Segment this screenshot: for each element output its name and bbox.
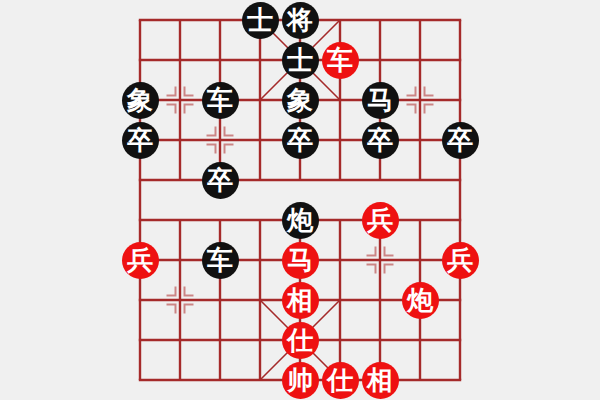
board-cell: 兵 <box>120 240 160 280</box>
piece-red-soldier[interactable]: 兵 <box>442 242 479 279</box>
piece-black-soldier[interactable]: 卒 <box>442 122 479 159</box>
board-cell: 卒 <box>440 120 480 160</box>
piece-black-chariot[interactable]: 车 <box>202 82 239 119</box>
piece-red-elephant[interactable]: 相 <box>282 282 319 319</box>
piece-black-soldier[interactable]: 卒 <box>202 162 239 199</box>
board-cell: 车 <box>200 80 240 120</box>
board-cell: 相 <box>280 280 320 320</box>
board-cell: 卒 <box>280 120 320 160</box>
piece-black-cannon[interactable]: 炮 <box>282 202 319 239</box>
piece-red-soldier[interactable]: 兵 <box>122 242 159 279</box>
board-cell: 士 <box>280 40 320 80</box>
piece-red-chariot[interactable]: 车 <box>322 42 359 79</box>
board-cell: 炮 <box>400 280 440 320</box>
piece-red-general[interactable]: 帅 <box>282 362 319 399</box>
piece-black-soldier[interactable]: 卒 <box>282 122 319 159</box>
board-cell: 车 <box>200 240 240 280</box>
piece-black-soldier[interactable]: 卒 <box>122 122 159 159</box>
piece-black-soldier[interactable]: 卒 <box>362 122 399 159</box>
piece-black-advisor[interactable]: 士 <box>242 2 279 39</box>
board-cell: 仕 <box>320 360 360 400</box>
piece-black-chariot[interactable]: 车 <box>202 242 239 279</box>
piece-black-advisor[interactable]: 士 <box>282 42 319 79</box>
board-cell: 象 <box>120 80 160 120</box>
piece-black-elephant[interactable]: 象 <box>122 82 159 119</box>
board-cell: 兵 <box>360 200 400 240</box>
piece-black-general[interactable]: 将 <box>282 2 319 39</box>
board-cell: 帅 <box>280 360 320 400</box>
board-cell: 车 <box>320 40 360 80</box>
board-cell: 象 <box>280 80 320 120</box>
piece-black-elephant[interactable]: 象 <box>282 82 319 119</box>
xiangqi-board[interactable]: 士将士车象车象马卒卒卒卒卒炮兵兵车马兵相炮仕帅仕相 <box>120 0 480 400</box>
piece-red-advisor[interactable]: 仕 <box>282 322 319 359</box>
board-cell: 卒 <box>360 120 400 160</box>
piece-red-elephant[interactable]: 相 <box>362 362 399 399</box>
board-cell: 兵 <box>440 240 480 280</box>
board-cell: 卒 <box>200 160 240 200</box>
board-cell: 相 <box>360 360 400 400</box>
piece-black-horse[interactable]: 马 <box>362 82 399 119</box>
xiangqi-screenshot: 士将士车象车象马卒卒卒卒卒炮兵兵车马兵相炮仕帅仕相 <box>0 0 600 400</box>
board-cell: 炮 <box>280 200 320 240</box>
piece-red-cannon[interactable]: 炮 <box>402 282 439 319</box>
piece-red-soldier[interactable]: 兵 <box>362 202 399 239</box>
piece-red-advisor[interactable]: 仕 <box>322 362 359 399</box>
board-cell: 仕 <box>280 320 320 360</box>
board-cell: 将 <box>280 0 320 40</box>
board-cell: 马 <box>360 80 400 120</box>
board-cell: 卒 <box>120 120 160 160</box>
board-cell: 士 <box>240 0 280 40</box>
piece-red-horse[interactable]: 马 <box>282 242 319 279</box>
board-cell: 马 <box>280 240 320 280</box>
